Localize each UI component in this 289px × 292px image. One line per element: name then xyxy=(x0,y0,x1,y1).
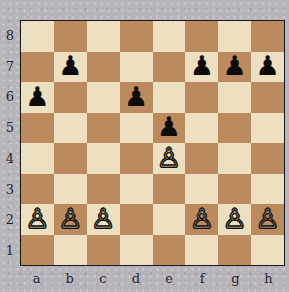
square-g2[interactable]: ♙ xyxy=(218,204,251,235)
square-a8[interactable] xyxy=(21,21,54,52)
square-h6[interactable] xyxy=(251,82,284,113)
square-a5[interactable] xyxy=(21,113,54,144)
square-a7[interactable] xyxy=(21,52,54,83)
black-pawn-h7: ♟ xyxy=(255,52,279,79)
file-label-c: c xyxy=(86,266,119,290)
square-d1[interactable] xyxy=(120,235,153,266)
square-g3[interactable] xyxy=(218,174,251,205)
square-h2[interactable]: ♙ xyxy=(251,204,284,235)
rank-label-3: 3 xyxy=(0,174,20,205)
square-b4[interactable] xyxy=(54,143,87,174)
white-pawn-b2: ♙ xyxy=(58,205,82,232)
square-g8[interactable] xyxy=(218,21,251,52)
white-pawn-e4: ♙ xyxy=(157,144,181,171)
square-g4[interactable] xyxy=(218,143,251,174)
square-e8[interactable] xyxy=(153,21,186,52)
file-label-f: f xyxy=(186,266,219,290)
black-pawn-f7: ♟ xyxy=(190,52,214,79)
square-e5[interactable]: ♟ xyxy=(153,113,186,144)
square-d4[interactable] xyxy=(120,143,153,174)
file-label-a: a xyxy=(20,266,53,290)
black-pawn-d6: ♟ xyxy=(124,83,148,110)
black-pawn-e5: ♟ xyxy=(157,113,181,140)
file-label-b: b xyxy=(53,266,86,290)
square-b2[interactable]: ♙ xyxy=(54,204,87,235)
square-c6[interactable] xyxy=(87,82,120,113)
square-a1[interactable] xyxy=(21,235,54,266)
file-label-h: h xyxy=(252,266,285,290)
square-g7[interactable]: ♟ xyxy=(218,52,251,83)
square-h3[interactable] xyxy=(251,174,284,205)
square-e2[interactable] xyxy=(153,204,186,235)
square-c7[interactable] xyxy=(87,52,120,83)
square-b1[interactable] xyxy=(54,235,87,266)
square-d6[interactable]: ♟ xyxy=(120,82,153,113)
white-pawn-a2: ♙ xyxy=(25,205,49,232)
square-g1[interactable] xyxy=(218,235,251,266)
square-d8[interactable] xyxy=(120,21,153,52)
square-e4[interactable]: ♙ xyxy=(153,143,186,174)
square-f1[interactable] xyxy=(185,235,218,266)
square-e7[interactable] xyxy=(153,52,186,83)
rank-label-8: 8 xyxy=(0,20,20,51)
square-d3[interactable] xyxy=(120,174,153,205)
file-label-g: g xyxy=(219,266,252,290)
square-h8[interactable] xyxy=(251,21,284,52)
square-h7[interactable]: ♟ xyxy=(251,52,284,83)
square-c3[interactable] xyxy=(87,174,120,205)
square-g5[interactable] xyxy=(218,113,251,144)
square-c4[interactable] xyxy=(87,143,120,174)
square-d5[interactable] xyxy=(120,113,153,144)
rank-labels: 87654321 xyxy=(0,20,20,266)
white-pawn-h2: ♙ xyxy=(255,205,279,232)
square-f3[interactable] xyxy=(185,174,218,205)
square-a3[interactable] xyxy=(21,174,54,205)
square-b7[interactable]: ♟ xyxy=(54,52,87,83)
rank-label-1: 1 xyxy=(0,235,20,266)
square-a6[interactable]: ♟ xyxy=(21,82,54,113)
black-pawn-a6: ♟ xyxy=(25,83,49,110)
square-h5[interactable] xyxy=(251,113,284,144)
square-f6[interactable] xyxy=(185,82,218,113)
square-d2[interactable] xyxy=(120,204,153,235)
black-pawn-b7: ♟ xyxy=(58,52,82,79)
chess-board[interactable]: ♟♟♟♟♟♟♟♙♙♙♙♙♙♙ xyxy=(20,20,285,266)
square-b5[interactable] xyxy=(54,113,87,144)
square-f5[interactable] xyxy=(185,113,218,144)
square-c1[interactable] xyxy=(87,235,120,266)
square-g6[interactable] xyxy=(218,82,251,113)
file-label-e: e xyxy=(153,266,186,290)
square-b8[interactable] xyxy=(54,21,87,52)
square-h4[interactable] xyxy=(251,143,284,174)
rank-label-5: 5 xyxy=(0,112,20,143)
rank-label-7: 7 xyxy=(0,51,20,82)
square-h1[interactable] xyxy=(251,235,284,266)
rank-label-2: 2 xyxy=(0,205,20,236)
square-f2[interactable]: ♙ xyxy=(185,204,218,235)
rank-label-6: 6 xyxy=(0,82,20,113)
square-c2[interactable]: ♙ xyxy=(87,204,120,235)
square-c5[interactable] xyxy=(87,113,120,144)
square-b3[interactable] xyxy=(54,174,87,205)
square-c8[interactable] xyxy=(87,21,120,52)
chess-diagram: 87654321 ♟♟♟♟♟♟♟♙♙♙♙♙♙♙ abcdefgh xyxy=(0,0,289,292)
black-pawn-g7: ♟ xyxy=(223,52,247,79)
square-f7[interactable]: ♟ xyxy=(185,52,218,83)
rank-label-4: 4 xyxy=(0,143,20,174)
file-labels: abcdefgh xyxy=(20,266,285,290)
square-f8[interactable] xyxy=(185,21,218,52)
square-a4[interactable] xyxy=(21,143,54,174)
square-e1[interactable] xyxy=(153,235,186,266)
square-b6[interactable] xyxy=(54,82,87,113)
square-e3[interactable] xyxy=(153,174,186,205)
white-pawn-f2: ♙ xyxy=(190,205,214,232)
square-d7[interactable] xyxy=(120,52,153,83)
file-label-d: d xyxy=(119,266,152,290)
square-a2[interactable]: ♙ xyxy=(21,204,54,235)
square-e6[interactable] xyxy=(153,82,186,113)
white-pawn-c2: ♙ xyxy=(91,205,115,232)
white-pawn-g2: ♙ xyxy=(223,205,247,232)
square-f4[interactable] xyxy=(185,143,218,174)
